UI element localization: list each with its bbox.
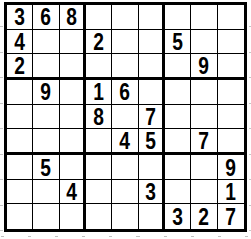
cell-r2c2[interactable] (33, 30, 59, 55)
spreadsheet-canvas: 368425299168745759431327 (0, 0, 251, 239)
cell-r2c4[interactable]: 2 (86, 30, 112, 55)
cell-r1c5[interactable] (112, 5, 138, 30)
given-digit: 3 (14, 5, 25, 28)
cell-r2c9[interactable] (218, 30, 244, 55)
cell-r5c7[interactable] (165, 105, 191, 130)
cell-r7c6[interactable] (139, 155, 165, 180)
cell-r3c9[interactable] (218, 54, 244, 80)
given-digit: 6 (41, 5, 52, 28)
given-digit: 6 (120, 80, 131, 103)
cell-r4c3[interactable] (60, 80, 86, 105)
given-digit: 9 (41, 80, 52, 103)
cell-r9c3[interactable] (60, 204, 86, 229)
cell-r8c3[interactable]: 4 (60, 180, 86, 205)
cell-r9c8[interactable]: 2 (191, 204, 217, 229)
given-digit: 4 (66, 180, 77, 203)
cell-r1c8[interactable] (191, 5, 217, 30)
cell-r7c4[interactable] (86, 155, 112, 180)
cell-r6c4[interactable] (86, 129, 112, 155)
given-digit: 3 (172, 205, 183, 228)
cell-r2c7[interactable]: 5 (165, 30, 191, 55)
cell-r6c1[interactable] (7, 129, 33, 155)
cell-r5c4[interactable]: 8 (86, 105, 112, 130)
cell-r1c9[interactable] (218, 5, 244, 30)
given-digit: 2 (199, 205, 210, 228)
given-digit: 1 (93, 80, 104, 103)
cell-r5c9[interactable] (218, 105, 244, 130)
cell-r3c8[interactable]: 9 (191, 54, 217, 80)
gridline-stubs-left (0, 2, 3, 233)
cell-r1c4[interactable] (86, 5, 112, 30)
cell-r7c7[interactable] (165, 155, 191, 180)
cell-r9c7[interactable]: 3 (165, 204, 191, 229)
cell-r7c3[interactable] (60, 155, 86, 180)
cell-r5c5[interactable] (112, 105, 138, 130)
cell-r7c8[interactable] (191, 155, 217, 180)
given-digit: 9 (199, 54, 210, 77)
cell-r9c1[interactable] (7, 204, 33, 229)
cell-r4c4[interactable]: 1 (86, 80, 112, 105)
given-digit: 8 (93, 105, 104, 128)
cell-r1c2[interactable]: 6 (33, 5, 59, 30)
cell-r6c7[interactable] (165, 129, 191, 155)
cell-r5c8[interactable] (191, 105, 217, 130)
gridline-stubs-right (249, 2, 251, 233)
cell-r6c2[interactable] (33, 129, 59, 155)
given-digit: 8 (66, 5, 77, 28)
cell-r9c9[interactable]: 7 (218, 204, 244, 229)
cell-r3c3[interactable] (60, 54, 86, 80)
cell-r1c1[interactable]: 3 (7, 5, 33, 30)
cell-r2c8[interactable] (191, 30, 217, 55)
cell-r4c8[interactable] (191, 80, 217, 105)
cell-r2c3[interactable] (60, 30, 86, 55)
cell-r8c4[interactable] (86, 180, 112, 205)
cell-r3c7[interactable] (165, 54, 191, 80)
cell-r9c5[interactable] (112, 204, 138, 229)
given-digit: 7 (145, 105, 156, 128)
given-digit: 4 (14, 30, 25, 53)
cell-r3c6[interactable] (139, 54, 165, 80)
given-digit: 9 (225, 156, 236, 179)
cell-r3c2[interactable] (33, 54, 59, 80)
cell-r2c5[interactable] (112, 30, 138, 55)
given-digit: 5 (145, 129, 156, 152)
cell-r9c2[interactable] (33, 204, 59, 229)
cell-r8c1[interactable] (7, 180, 33, 205)
cell-r7c5[interactable] (112, 155, 138, 180)
cell-r8c8[interactable] (191, 180, 217, 205)
cell-r6c8[interactable]: 7 (191, 129, 217, 155)
cell-r6c6[interactable]: 5 (139, 129, 165, 155)
cell-r1c3[interactable]: 8 (60, 5, 86, 30)
cell-r7c1[interactable] (7, 155, 33, 180)
cell-r9c6[interactable] (139, 204, 165, 229)
cell-r6c5[interactable]: 4 (112, 129, 138, 155)
cell-r3c4[interactable] (86, 54, 112, 80)
given-digit: 1 (225, 180, 236, 203)
cell-r4c1[interactable] (7, 80, 33, 105)
cell-r8c9[interactable]: 1 (218, 180, 244, 205)
cell-r4c9[interactable] (218, 80, 244, 105)
cell-r8c5[interactable] (112, 180, 138, 205)
given-digit: 2 (93, 30, 104, 53)
sudoku-board: 368425299168745759431327 (4, 2, 247, 232)
cell-r7c9[interactable]: 9 (218, 155, 244, 180)
cell-r1c6[interactable] (139, 5, 165, 30)
given-digit: 5 (41, 156, 52, 179)
cell-r8c2[interactable] (33, 180, 59, 205)
given-digit: 2 (14, 54, 25, 77)
given-digit: 7 (199, 129, 210, 152)
cell-r3c1[interactable]: 2 (7, 54, 33, 80)
cell-r4c5[interactable]: 6 (112, 80, 138, 105)
cell-r8c6[interactable]: 3 (139, 180, 165, 205)
cell-r3c5[interactable] (112, 54, 138, 80)
cell-r2c6[interactable] (139, 30, 165, 55)
cell-r7c2[interactable]: 5 (33, 155, 59, 180)
cell-r5c6[interactable]: 7 (139, 105, 165, 130)
cell-r1c7[interactable] (165, 5, 191, 30)
cell-r8c7[interactable] (165, 180, 191, 205)
cell-r5c3[interactable] (60, 105, 86, 130)
cell-r4c7[interactable] (165, 80, 191, 105)
cell-r5c1[interactable] (7, 105, 33, 130)
given-digit: 5 (172, 30, 183, 53)
cell-r2c1[interactable]: 4 (7, 30, 33, 55)
given-digit: 3 (145, 180, 156, 203)
cell-r5c2[interactable] (33, 105, 59, 130)
cell-r9c4[interactable] (86, 204, 112, 229)
given-digit: 7 (225, 205, 236, 228)
gridline-stubs-bottom (1, 236, 248, 237)
cell-r4c2[interactable]: 9 (33, 80, 59, 105)
cell-r6c9[interactable] (218, 129, 244, 155)
cell-r4c6[interactable] (139, 80, 165, 105)
cell-r6c3[interactable] (60, 129, 86, 155)
given-digit: 4 (120, 129, 131, 152)
